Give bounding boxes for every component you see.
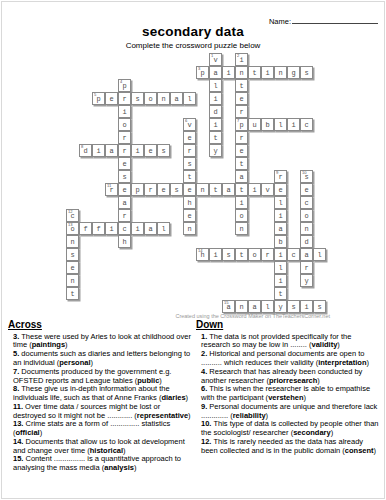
cell-letter: t [275,289,286,299]
cell-letter: i [301,302,312,312]
page-subtitle: Complete the crossword puzzle below [0,41,386,50]
grid-cell[interactable]: e [157,183,170,196]
grid-cell[interactable]: i [209,248,222,261]
grid-cell[interactable]: i [274,248,287,261]
cell-letter: i [288,120,299,130]
cell-letter: n [67,237,78,247]
cell-letter: a [301,250,312,260]
cell-letter: y [275,302,286,312]
cell-letter: g [288,68,299,78]
cell-letter: n [158,94,169,104]
down-heading: Down [196,319,380,331]
cell-letter: t [236,81,247,91]
cell-letter: e [145,146,156,156]
grid-cell[interactable]: e [300,183,313,196]
grid-cell[interactable]: t [183,170,196,183]
grid-cell[interactable]: e [235,144,248,157]
grid-cell[interactable]: o [118,118,131,131]
across-heading: Across [8,319,194,331]
grid-cell[interactable]: e [183,209,196,222]
cell-letter: s [184,159,195,169]
grid-cell[interactable]: i [118,105,131,118]
grid-cell[interactable]: s [131,92,144,105]
grid-cell[interactable]: c12 [66,209,79,222]
grid-cell[interactable]: v [261,183,274,196]
grid-cell[interactable]: t [235,79,248,92]
grid-cell[interactable]: t [235,183,248,196]
grid-cell[interactable]: g [287,66,300,79]
grid-cell[interactable]: i [261,66,274,79]
grid-cell[interactable]: s [222,248,235,261]
cell-letter: i [236,198,247,208]
cell-letter: e [236,94,247,104]
cell-letter: f [93,224,104,234]
clue-number-7: 7 [237,119,239,123]
clue-across-15: 15. Content ............... is a quantit… [13,455,194,473]
cell-letter: e [184,133,195,143]
cell-letter: n [236,302,247,312]
grid-cell[interactable]: i [209,92,222,105]
cell-letter: s [301,68,312,78]
grid-cell[interactable]: t [274,287,287,300]
grid-cell[interactable]: u [248,118,261,131]
cell-letter: l [275,120,286,130]
grid-cell[interactable]: t [209,183,222,196]
grid-cell[interactable]: e [66,261,79,274]
cell-letter: o [249,250,260,260]
cell-letter: d [301,237,312,247]
grid-cell[interactable]: n [157,92,170,105]
grid-cell[interactable]: r [118,209,131,222]
grid-cell[interactable]: l [157,222,170,235]
clue-across-8: 8. These give us in-depth information ab… [13,385,194,403]
cell-letter: i [210,94,221,104]
grid-cell[interactable]: p4 [118,79,131,92]
cell-letter: r [301,263,312,273]
cell-letter: e [119,159,130,169]
cell-letter: a [275,224,286,234]
cell-letter: c [301,198,312,208]
crossword-worksheet: { "game": "crossword", "header": { "name… [0,0,386,500]
grid-cell[interactable]: c [118,222,131,235]
cell-letter: r [236,133,247,143]
cell-letter: i [275,211,286,221]
cell-letter: o [301,211,312,221]
cell-letter: e [275,185,286,195]
cell-letter: l [262,302,273,312]
cell-letter: p [132,185,143,195]
grid-cell[interactable]: e [105,92,118,105]
grid-cell[interactable]: s [183,157,196,170]
cell-letter: e [184,211,195,221]
cell-letter: s [223,250,234,260]
cell-letter: r [119,211,130,221]
cell-letter: n [301,224,312,234]
grid-cell[interactable]: y [274,300,287,313]
clue-number-14: 14 [198,249,203,253]
grid-cell[interactable]: b [261,118,274,131]
grid-cell[interactable]: t [235,248,248,261]
grid-cell[interactable]: r [235,131,248,144]
cell-letter: l [158,224,169,234]
grid-cell[interactable]: o [144,92,157,105]
grid-cell[interactable]: a [248,300,261,313]
grid-cell[interactable]: s [313,300,326,313]
cell-letter: a [106,146,117,156]
cell-letter: c [288,250,299,260]
clue-across-11: 11. Over time data / sources might be lo… [13,403,194,421]
grid-cell[interactable]: y [209,144,222,157]
grid-cell[interactable]: e [118,157,131,170]
cell-letter: d [210,107,221,117]
grid-cell[interactable]: n [235,222,248,235]
grid-cell[interactable]: t [209,131,222,144]
cell-letter: l [314,250,325,260]
grid-cell[interactable]: r [144,183,157,196]
cell-letter: s [119,172,130,182]
clue-number-15: 15 [224,301,229,305]
grid-cell[interactable]: s [118,170,131,183]
cell-letter: h [184,198,195,208]
grid-cell[interactable]: l [274,261,287,274]
cell-letter: i [249,185,260,195]
grid-cell[interactable]: l [261,300,274,313]
cell-letter: v [262,185,273,195]
clue-down-10: 10. This type of data is collected by pe… [201,420,380,438]
grid-cell[interactable]: s [66,248,79,261]
grid-cell[interactable]: n [235,300,248,313]
clue-down-6: 6. This is when the researcher is able t… [201,385,380,403]
cell-letter: s [314,302,325,312]
grid-cell[interactable]: r11 [105,183,118,196]
cell-letter: u [249,120,260,130]
grid-cell[interactable]: d [209,105,222,118]
cell-letter: i [275,250,286,260]
clue-down-2: 2. Historical and personal documents are… [201,350,380,368]
grid-cell[interactable]: d [300,235,313,248]
grid-cell[interactable]: r [118,144,131,157]
clue-number-12: 12 [68,210,73,214]
grid-cell[interactable]: a15 [222,300,235,313]
grid-cell[interactable]: a [170,92,183,105]
crossword-grid: v1i2p3aintingsp4ltp5ersonalieidrov6ip7ub… [66,53,326,313]
grid-cell[interactable]: n [183,222,196,235]
grid-cell[interactable]: n [66,235,79,248]
cell-letter: s [288,302,299,312]
grid-cell[interactable]: c [300,118,313,131]
cell-letter: l [210,81,221,91]
grid-cell[interactable]: l [209,79,222,92]
cell-letter: i [262,68,273,78]
grid-cell[interactable]: c [300,196,313,209]
cell-letter: i [93,146,104,156]
cell-letter: r [119,94,130,104]
grid-cell[interactable]: s10 [300,170,313,183]
grid-cell[interactable]: h14 [196,248,209,261]
cell-letter: c [301,120,312,130]
grid-cell[interactable]: e [118,183,131,196]
cell-letter: s [67,250,78,260]
clue-down-1: 1. The data is not provided specifically… [201,333,380,351]
grid-cell[interactable]: a [222,183,235,196]
cell-letter: e [158,185,169,195]
cell-letter: r [145,185,156,195]
cell-letter: o [145,94,156,104]
grid-cell[interactable]: h [183,196,196,209]
grid-cell[interactable]: r [261,248,274,261]
grid-cell[interactable]: i [92,144,105,157]
cell-letter: n [236,224,247,234]
grid-cell[interactable]: p5 [92,92,105,105]
cell-letter: o [236,211,247,221]
grid-cell[interactable]: i [131,144,144,157]
grid-cell[interactable]: a [209,66,222,79]
clue-across-5: 5. documents such as diaries and letters… [13,350,194,368]
cell-letter: e [119,185,130,195]
grid-cell[interactable]: l [313,248,326,261]
clue-across-3: 3. These were used by Aries to look at c… [13,333,194,351]
grid-cell[interactable]: a [274,222,287,235]
cell-letter: i [132,224,143,234]
cell-letter: a [223,185,234,195]
cell-letter: t [249,68,260,78]
cell-letter: b [262,120,273,130]
grid-cell[interactable]: i [222,66,235,79]
grid-cell[interactable]: l [274,196,287,209]
cell-letter: a [210,68,221,78]
grid-cell[interactable]: o [235,209,248,222]
cell-letter: i [223,68,234,78]
clue-number-4: 4 [120,80,122,84]
clue-across-13: 13. Crime stats are a form of ..........… [13,420,194,438]
grid-cell[interactable]: a [105,144,118,157]
cell-letter: n [67,276,78,286]
grid-cell[interactable]: e [144,144,157,157]
grid-cell[interactable]: o [248,248,261,261]
cell-letter: l [275,263,286,273]
grid-cell[interactable]: i [274,274,287,287]
cell-letter: t [236,159,247,169]
grid-cell[interactable]: s [287,300,300,313]
cell-letter: t [236,185,247,195]
clue-number-1: 1 [211,54,213,58]
clue-number-3: 3 [198,67,200,71]
grid-cell[interactable]: b [274,235,287,248]
grid-cell[interactable]: p [131,183,144,196]
cell-letter: h [119,237,130,247]
cell-letter: e [67,263,78,273]
cell-letter: a [171,94,182,104]
cell-letter: s [132,94,143,104]
grid-cell[interactable]: f [92,222,105,235]
page-title: secondary data [0,24,386,39]
clue-number-10: 10 [302,171,307,175]
cell-letter: c [119,224,130,234]
cell-letter: r [119,133,130,143]
cell-letter: r [262,250,273,260]
cell-letter: i [132,146,143,156]
clue-across-14: 14. Documents that allow us to look at d… [13,438,194,456]
grid-cell[interactable]: i [248,183,261,196]
grid-cell[interactable]: p3 [196,66,209,79]
grid-cell[interactable]: s [170,183,183,196]
grid-cell[interactable]: i [209,118,222,131]
grid-cell[interactable]: f [79,222,92,235]
cell-letter: i [210,120,221,130]
cell-letter: s [158,146,169,156]
grid-cell[interactable]: i [287,118,300,131]
grid-cell[interactable]: a [144,222,157,235]
grid-cell[interactable]: l [183,92,196,105]
grid-cell[interactable]: i [105,222,118,235]
grid-cell[interactable]: a [235,170,248,183]
clue-down-9: 9. Personal documents are unique and the… [201,403,380,421]
clue-number-9: 9 [276,171,278,175]
cell-letter: i [106,224,117,234]
grid-cell[interactable]: e [274,183,287,196]
cell-letter: n [236,68,247,78]
grid-cell[interactable]: n [274,66,287,79]
cell-letter: a [249,302,260,312]
cell-letter: r [119,146,130,156]
clue-number-8: 8 [81,145,83,149]
across-clue-list: 3. These were used by Aries to look at c… [8,333,194,473]
grid-cell[interactable]: p7 [235,118,248,131]
grid-cell[interactable]: y [300,274,313,287]
grid-cell[interactable]: a [300,248,313,261]
grid-cell[interactable]: e [183,131,196,144]
grid-cell[interactable]: o13 [66,222,79,235]
grid-cell[interactable]: t [248,66,261,79]
cell-letter: r [184,146,195,156]
grid-cell[interactable]: o [300,209,313,222]
clue-number-6: 6 [185,119,187,123]
cell-letter: i [210,250,221,260]
cell-letter: n [184,224,195,234]
grid-cell[interactable]: r [118,131,131,144]
cell-letter: f [80,224,91,234]
grid-cell[interactable]: e [235,92,248,105]
cell-letter: t [184,172,195,182]
clue-down-12: 12. This is rarely needed as the data ha… [201,438,380,456]
across-clues-section: Across 3. These were used by Aries to lo… [8,319,194,473]
grid-cell[interactable]: s [300,66,313,79]
grid-cell[interactable]: r [183,144,196,157]
grid-cell[interactable]: v6 [183,118,196,131]
grid-cell[interactable]: h [118,235,131,248]
clue-across-7: 7. Documents produced by the government … [13,368,194,386]
cell-letter: a [145,224,156,234]
grid-cell[interactable]: i [274,209,287,222]
cell-letter: a [119,198,130,208]
clue-number-2: 2 [237,54,239,58]
cell-letter: t [67,289,78,299]
cell-letter: t [210,185,221,195]
grid-cell[interactable]: d8 [79,144,92,157]
grid-cell[interactable]: v1 [209,53,222,66]
grid-cell[interactable]: i [235,196,248,209]
cell-letter: e [184,185,195,195]
grid-cell[interactable]: t [235,157,248,170]
grid-cell[interactable]: r [235,105,248,118]
cell-letter: i [119,107,130,117]
grid-cell[interactable]: i2 [235,53,248,66]
cell-letter: t [236,250,247,260]
cell-letter: e [301,185,312,195]
cell-letter: l [184,94,195,104]
cell-letter: l [275,198,286,208]
grid-cell[interactable]: n [66,274,79,287]
grid-cell[interactable]: a [118,196,131,209]
grid-cell[interactable]: n [235,66,248,79]
clue-number-11: 11 [107,184,111,188]
cell-letter: a [236,172,247,182]
cell-letter: r [236,107,247,117]
cell-letter: n [197,185,208,195]
cell-letter: e [106,94,117,104]
name-field[interactable] [292,16,378,24]
clue-down-4: 4. Research that has already been conduc… [201,368,380,386]
grid-cell[interactable]: r [118,92,131,105]
grid-cell[interactable]: r [300,261,313,274]
cell-letter: s [171,185,182,195]
down-clue-list: 1. The data is not provided specifically… [196,333,380,456]
cell-letter: i [275,276,286,286]
grid-cell[interactable]: i [131,222,144,235]
cell-letter: n [275,68,286,78]
clue-number-13: 13 [68,223,73,227]
grid-cell[interactable]: n [300,222,313,235]
grid-cell[interactable]: i [300,300,313,313]
cell-letter: y [210,146,221,156]
grid-cell[interactable]: t [66,287,79,300]
down-clues-section: Down 1. The data is not provided specifi… [196,319,380,455]
cell-letter: b [275,237,286,247]
cell-letter: y [301,276,312,286]
cell-letter: t [210,133,221,143]
clue-number-5: 5 [94,93,96,97]
grid-cell[interactable]: n [196,183,209,196]
grid-cell[interactable]: s [157,144,170,157]
cell-letter: o [119,120,130,130]
grid-cell[interactable]: c [287,248,300,261]
grid-cell[interactable]: r9 [274,170,287,183]
cell-letter: e [236,146,247,156]
grid-cell[interactable]: l [274,118,287,131]
grid-cell[interactable]: e [183,183,196,196]
